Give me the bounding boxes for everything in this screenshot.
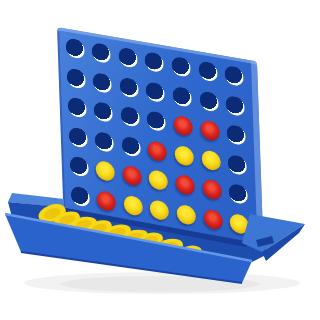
yellow-disc [230, 213, 250, 235]
yellow-disc [96, 160, 116, 182]
board-grid [61, 32, 253, 241]
cell-r4-c3[interactable] [117, 129, 145, 163]
yellow-disc [123, 194, 143, 216]
red-disc [200, 120, 220, 142]
cell-r5-c6[interactable] [198, 173, 226, 207]
cell-r5-c5[interactable] [172, 168, 200, 202]
empty-hole [198, 61, 218, 83]
empty-hole [226, 95, 246, 117]
tray-front-bottom-edge [21, 252, 242, 283]
cell-r5-c2[interactable] [92, 154, 120, 188]
cell-r6-c5[interactable] [173, 198, 201, 232]
empty-hole [94, 101, 114, 123]
cell-r2-c5[interactable] [168, 80, 196, 114]
cell-r1-c1[interactable] [61, 32, 89, 66]
cell-r4-c4[interactable] [144, 134, 172, 168]
empty-hole [146, 81, 166, 103]
cell-r3-c2[interactable] [90, 95, 118, 129]
cell-r2-c1[interactable] [62, 61, 90, 95]
cell-r3-c1[interactable] [63, 91, 91, 125]
connect-four-travel-set [0, 0, 320, 320]
cell-r2-c7[interactable] [222, 89, 250, 123]
cell-r1-c4[interactable] [141, 45, 169, 79]
tray-yellow-disc [175, 243, 204, 264]
tray-back-rim-left [8, 193, 64, 208]
empty-hole [70, 185, 90, 207]
cell-r6-c1[interactable] [66, 179, 94, 213]
empty-hole [68, 126, 88, 148]
empty-hole [229, 183, 249, 205]
cell-r1-c5[interactable] [167, 50, 195, 84]
ground-shadow-inner [60, 276, 260, 292]
empty-hole [172, 85, 192, 107]
empty-hole [66, 67, 86, 89]
cell-r5-c3[interactable] [118, 159, 146, 193]
empty-hole [199, 90, 219, 112]
empty-hole [95, 131, 115, 153]
empty-hole [121, 135, 141, 157]
cell-r5-c1[interactable] [65, 150, 93, 184]
cell-r4-c2[interactable] [91, 125, 119, 159]
empty-hole [119, 76, 139, 98]
cell-r3-c3[interactable] [116, 100, 144, 134]
cell-r3-c6[interactable] [196, 114, 224, 148]
cell-r4-c5[interactable] [171, 139, 199, 173]
empty-hole [171, 56, 191, 78]
cell-r2-c2[interactable] [89, 66, 117, 100]
tray-red-disc [185, 253, 206, 265]
empty-hole [67, 97, 87, 119]
empty-hole [145, 51, 165, 73]
yellow-disc [177, 203, 197, 225]
ground-shadow [24, 272, 300, 294]
red-disc [148, 140, 168, 162]
red-disc [122, 165, 142, 187]
red-disc [202, 179, 222, 201]
empty-hole [65, 38, 85, 60]
cell-r5-c7[interactable] [225, 177, 253, 211]
empty-hole [69, 156, 89, 178]
cell-r4-c7[interactable] [224, 148, 252, 182]
red-disc [176, 174, 196, 196]
cell-r6-c4[interactable] [146, 193, 174, 227]
empty-hole [227, 124, 247, 146]
red-disc [203, 208, 223, 230]
cell-r6-c7[interactable] [226, 207, 254, 241]
cell-r6-c6[interactable] [199, 202, 227, 236]
yellow-disc [174, 144, 194, 166]
empty-hole [93, 72, 113, 94]
empty-hole [92, 42, 112, 64]
tray-right-wall [262, 224, 305, 261]
cell-r6-c2[interactable] [93, 184, 121, 218]
cell-r1-c3[interactable] [114, 41, 142, 75]
cell-r5-c4[interactable] [145, 163, 173, 197]
cell-r6-c3[interactable] [119, 188, 147, 222]
cell-r4-c1[interactable] [64, 120, 92, 154]
cell-r3-c4[interactable] [143, 104, 171, 138]
empty-hole [225, 65, 245, 87]
cell-r2-c6[interactable] [195, 84, 223, 118]
cell-r1-c2[interactable] [88, 36, 116, 70]
yellow-disc [201, 149, 221, 171]
cell-r1-c6[interactable] [194, 55, 222, 89]
empty-hole [228, 154, 248, 176]
tray-yellow-disc [190, 250, 216, 268]
empty-hole [147, 110, 167, 132]
connect-four-board [57, 27, 264, 257]
yellow-disc [150, 199, 170, 221]
yellow-disc [149, 169, 169, 191]
cell-r3-c7[interactable] [223, 118, 251, 152]
empty-hole [120, 106, 140, 128]
cell-r1-c7[interactable] [221, 59, 249, 93]
cell-r2-c3[interactable] [115, 70, 143, 104]
cell-r3-c5[interactable] [169, 109, 197, 143]
cell-r2-c4[interactable] [142, 75, 170, 109]
empty-hole [118, 47, 138, 69]
red-disc [97, 190, 117, 212]
red-disc [173, 115, 193, 137]
cell-r4-c6[interactable] [197, 143, 225, 177]
